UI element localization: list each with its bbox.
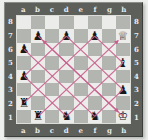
file-label-g: g [102,3,116,15]
file-label-a: a [16,124,30,136]
rank-label-4: 4 [5,70,16,84]
rank-label-2: 2 [131,97,142,111]
rank-label-3: 3 [5,83,16,97]
file-label-a: a [16,3,30,15]
rank-labels-right: 87654321 [131,15,142,124]
file-label-h: h [117,3,131,15]
file-label-g: g [102,124,116,136]
arrow-a6-f1 [24,49,95,116]
file-label-f: f [88,3,102,15]
rank-label-6: 6 [5,42,16,56]
file-label-d: d [59,3,73,15]
rank-label-6: 6 [131,42,142,56]
rank-label-3: 3 [131,83,142,97]
board-frame: abcdefgh abcdefgh 87654321 87654321 ♟♟♟♕… [4,2,143,137]
rank-label-2: 2 [5,97,16,111]
rank-label-8: 8 [5,15,16,29]
file-label-c: c [45,124,59,136]
file-labels-top: abcdefgh [16,3,131,15]
file-label-c: c [45,3,59,15]
rank-label-1: 1 [131,110,142,124]
arrow-a2-f7 [24,36,95,103]
rank-label-7: 7 [131,29,142,43]
rank-label-4: 4 [131,70,142,84]
chess-board: ♟♟♟♕♟♝♟♟♜♜♞♞♔ [16,15,131,124]
file-label-b: b [30,3,44,15]
file-label-b: b [30,124,44,136]
file-label-d: d [59,124,73,136]
file-label-h: h [117,124,131,136]
rank-labels-left: 87654321 [5,15,16,124]
chess-diagram-page: { "game": "chess", "position": { "fen": … [0,0,148,140]
rank-label-1: 1 [5,110,16,124]
rank-label-5: 5 [5,56,16,70]
rank-label-5: 5 [131,56,142,70]
file-label-e: e [74,124,88,136]
move-arrows-overlay [17,16,130,123]
file-label-f: f [88,124,102,136]
rank-label-8: 8 [131,15,142,29]
rank-label-7: 7 [5,29,16,43]
file-labels-bottom: abcdefgh [16,124,131,136]
file-label-e: e [74,3,88,15]
